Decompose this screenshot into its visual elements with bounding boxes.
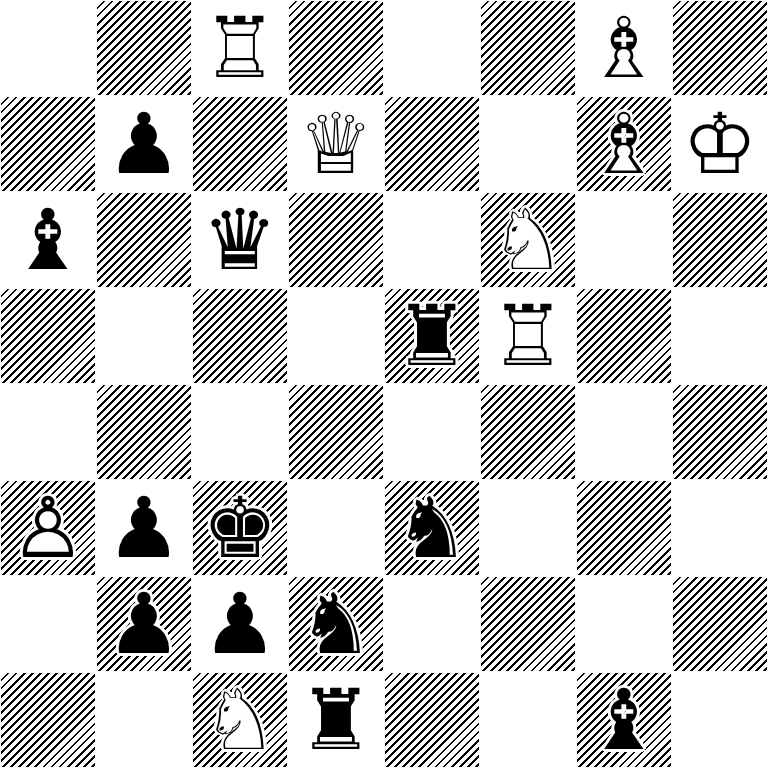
piece-white-knight: ♘	[192, 672, 288, 768]
square-e2[interactable]	[384, 576, 480, 672]
square-e4[interactable]	[384, 384, 480, 480]
square-c7[interactable]	[192, 96, 288, 192]
square-e8[interactable]	[384, 0, 480, 96]
square-c4[interactable]	[192, 384, 288, 480]
chess-board: ♜♖♝♗♟♟♛♕♝♗♚♔♝♝♛♛♞♘♜♜♜♖♟♙♟♟♚♚♞♞♟♟♟♟♞♞♞♘♜♜…	[0, 0, 768, 768]
square-g1[interactable]: ♝♝	[576, 672, 672, 768]
square-g8[interactable]: ♝♗	[576, 0, 672, 96]
piece-white-king: ♔	[672, 96, 768, 192]
square-d6[interactable]	[288, 192, 384, 288]
square-h3[interactable]	[672, 480, 768, 576]
square-b7[interactable]: ♟♟	[96, 96, 192, 192]
square-a2[interactable]	[0, 576, 96, 672]
square-c8[interactable]: ♜♖	[192, 0, 288, 96]
square-f1[interactable]	[480, 672, 576, 768]
square-g3[interactable]	[576, 480, 672, 576]
square-g7[interactable]: ♝♗	[576, 96, 672, 192]
piece-black-pawn: ♟	[192, 576, 288, 672]
square-a3[interactable]: ♟♙	[0, 480, 96, 576]
square-f2[interactable]	[480, 576, 576, 672]
square-b6[interactable]	[96, 192, 192, 288]
square-c5[interactable]	[192, 288, 288, 384]
piece-black-pawn: ♟	[96, 576, 192, 672]
piece-black-bishop: ♝	[576, 672, 672, 768]
piece-black-pawn: ♟	[96, 480, 192, 576]
piece-black-rook: ♜	[384, 288, 480, 384]
square-e6[interactable]	[384, 192, 480, 288]
square-e1[interactable]	[384, 672, 480, 768]
piece-white-rook: ♖	[480, 288, 576, 384]
square-d3[interactable]	[288, 480, 384, 576]
square-c3[interactable]: ♚♚	[192, 480, 288, 576]
square-h2[interactable]	[672, 576, 768, 672]
square-a6[interactable]: ♝♝	[0, 192, 96, 288]
piece-black-bishop: ♝	[0, 192, 96, 288]
piece-black-pawn: ♟	[96, 96, 192, 192]
square-f5[interactable]: ♜♖	[480, 288, 576, 384]
square-f3[interactable]	[480, 480, 576, 576]
square-f7[interactable]	[480, 96, 576, 192]
square-a5[interactable]	[0, 288, 96, 384]
square-h4[interactable]	[672, 384, 768, 480]
square-a4[interactable]	[0, 384, 96, 480]
piece-black-queen: ♛	[192, 192, 288, 288]
square-a1[interactable]	[0, 672, 96, 768]
square-g5[interactable]	[576, 288, 672, 384]
square-b2[interactable]: ♟♟	[96, 576, 192, 672]
square-d5[interactable]	[288, 288, 384, 384]
square-c6[interactable]: ♛♛	[192, 192, 288, 288]
square-h7[interactable]: ♚♔	[672, 96, 768, 192]
square-e5[interactable]: ♜♜	[384, 288, 480, 384]
square-g4[interactable]	[576, 384, 672, 480]
square-h5[interactable]	[672, 288, 768, 384]
square-g6[interactable]	[576, 192, 672, 288]
piece-black-knight: ♞	[384, 480, 480, 576]
piece-black-rook: ♜	[288, 672, 384, 768]
square-b8[interactable]	[96, 0, 192, 96]
square-c1[interactable]: ♞♘	[192, 672, 288, 768]
square-b5[interactable]	[96, 288, 192, 384]
square-e7[interactable]	[384, 96, 480, 192]
square-b1[interactable]	[96, 672, 192, 768]
square-d1[interactable]: ♜♜	[288, 672, 384, 768]
piece-white-knight: ♘	[480, 192, 576, 288]
square-d8[interactable]	[288, 0, 384, 96]
piece-black-king: ♚	[192, 480, 288, 576]
square-h1[interactable]	[672, 672, 768, 768]
square-b3[interactable]: ♟♟	[96, 480, 192, 576]
piece-white-rook: ♖	[192, 0, 288, 96]
piece-white-bishop: ♗	[576, 0, 672, 96]
square-g2[interactable]	[576, 576, 672, 672]
square-d2[interactable]: ♞♞	[288, 576, 384, 672]
square-f4[interactable]	[480, 384, 576, 480]
square-c2[interactable]: ♟♟	[192, 576, 288, 672]
square-h6[interactable]	[672, 192, 768, 288]
square-a8[interactable]	[0, 0, 96, 96]
piece-white-queen: ♕	[288, 96, 384, 192]
square-e3[interactable]: ♞♞	[384, 480, 480, 576]
piece-white-bishop: ♗	[576, 96, 672, 192]
square-d4[interactable]	[288, 384, 384, 480]
square-b4[interactable]	[96, 384, 192, 480]
square-f6[interactable]: ♞♘	[480, 192, 576, 288]
square-d7[interactable]: ♛♕	[288, 96, 384, 192]
square-a7[interactable]	[0, 96, 96, 192]
piece-black-knight: ♞	[288, 576, 384, 672]
square-h8[interactable]	[672, 0, 768, 96]
piece-white-pawn: ♙	[0, 480, 96, 576]
square-f8[interactable]	[480, 0, 576, 96]
